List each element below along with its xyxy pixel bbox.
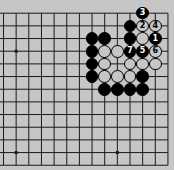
move-number-label: 5 xyxy=(140,47,146,55)
white-stone xyxy=(98,58,111,71)
black-stone xyxy=(86,70,99,83)
white-stone: 2 xyxy=(136,20,149,33)
black-stone xyxy=(136,70,149,83)
white-stone: 4 xyxy=(149,20,162,33)
black-stone xyxy=(136,83,149,96)
white-stone xyxy=(136,32,149,45)
star-point xyxy=(15,50,18,53)
black-stone xyxy=(98,32,111,45)
black-stone: 7 xyxy=(124,45,137,58)
white-stone: 6 xyxy=(149,45,162,58)
move-number-label: 4 xyxy=(153,21,159,29)
go-board: 3241756 xyxy=(0,0,174,170)
move-number-label: 1 xyxy=(153,34,159,42)
white-stone xyxy=(111,45,124,58)
black-stone: 5 xyxy=(136,45,149,58)
white-stone xyxy=(98,45,111,58)
black-stone xyxy=(98,83,111,96)
move-number-label: 3 xyxy=(140,9,146,17)
black-stone xyxy=(86,32,99,45)
black-stone xyxy=(124,83,137,96)
black-stone: 1 xyxy=(149,32,162,45)
star-point xyxy=(15,151,18,154)
white-stone xyxy=(124,70,137,83)
star-point xyxy=(116,151,119,154)
black-stone xyxy=(111,83,124,96)
black-stone xyxy=(124,32,137,45)
black-stone xyxy=(86,45,99,58)
white-stone xyxy=(98,70,111,83)
white-stone xyxy=(149,58,162,71)
move-number-label: 6 xyxy=(153,47,159,55)
move-number-label: 2 xyxy=(140,21,146,29)
white-stone xyxy=(136,58,149,71)
move-number-label: 7 xyxy=(127,47,133,55)
white-stone xyxy=(111,70,124,83)
